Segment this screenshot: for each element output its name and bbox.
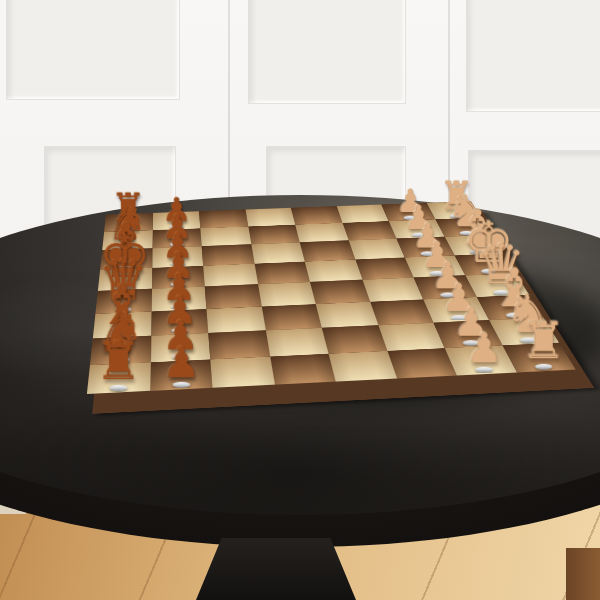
square-c6	[206, 306, 265, 333]
square-g5	[248, 225, 300, 245]
square-c5	[261, 304, 322, 330]
wood-furniture-leg	[566, 548, 600, 600]
square-a2: ♟	[445, 345, 517, 375]
square-a7: ♟	[150, 359, 212, 391]
square-d3	[362, 278, 423, 302]
square-d6	[205, 284, 262, 309]
square-f3	[348, 239, 404, 260]
square-e5	[254, 262, 310, 285]
square-f6	[202, 244, 254, 265]
square-h3	[336, 205, 388, 223]
square-d5	[258, 282, 316, 306]
square-e3	[355, 257, 414, 279]
product-photo-scene: ♜♟♟♜♞♟♟♞♝♟♟♝♚♟♟♚♛♟♟♛♝♟♟♝♞♟♟♞♜♟♟♜	[0, 0, 600, 600]
square-a5	[270, 354, 336, 385]
square-a3	[387, 348, 457, 379]
square-c3	[370, 299, 434, 325]
table-pedestal	[196, 538, 356, 600]
square-d4	[310, 280, 370, 304]
square-a6	[210, 356, 274, 387]
board-perspective-wrap: ♜♟♟♜♞♟♟♞♝♟♟♝♚♟♟♚♛♟♟♛♝♟♟♝♞♟♟♞♜♟♟♜	[100, 72, 520, 492]
square-b5	[265, 328, 328, 357]
square-b6	[208, 330, 269, 359]
white-rook: ♜	[513, 316, 573, 366]
square-g3	[342, 221, 396, 240]
square-h5	[245, 208, 295, 227]
black-pawn: ♟	[150, 342, 212, 384]
square-e4	[305, 259, 362, 282]
chess-board: ♜♟♟♜♞♟♟♞♝♟♟♝♚♟♟♚♛♟♟♛♝♟♟♝♞♟♟♞♜♟♟♜	[87, 201, 576, 394]
square-h4	[291, 206, 342, 224]
square-g6	[200, 226, 251, 246]
square-h6	[199, 210, 248, 229]
square-f4	[300, 240, 355, 261]
white-pawn: ♟	[454, 328, 514, 369]
square-e6	[203, 264, 257, 287]
square-a4	[328, 351, 396, 382]
square-b4	[322, 325, 387, 353]
black-rook: ♜	[88, 335, 150, 387]
square-f5	[251, 242, 305, 263]
square-c4	[316, 302, 378, 328]
square-g4	[295, 223, 348, 243]
square-a8: ♜	[87, 362, 150, 394]
